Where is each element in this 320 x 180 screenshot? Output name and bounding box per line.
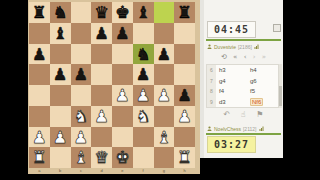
square-d5[interactable] [91, 64, 112, 85]
square-a4[interactable] [29, 85, 50, 106]
square-d6[interactable] [91, 44, 112, 65]
square-h1[interactable]: ♜ [174, 147, 195, 168]
square-c3[interactable]: ♞ [71, 106, 92, 127]
move-black[interactable]: f5 [247, 86, 278, 97]
takeback-icon[interactable]: ↶ [224, 110, 231, 119]
piece-black-knight[interactable]: ♞ [133, 44, 154, 65]
square-b6[interactable] [50, 44, 71, 65]
move-number: 7 [207, 76, 216, 87]
clock-top: 04:45 [207, 21, 256, 38]
square-b3[interactable] [50, 106, 71, 127]
piece-black-rook[interactable]: ♜ [174, 2, 195, 23]
square-d2[interactable] [91, 127, 112, 148]
piece-black-pawn[interactable]: ♟ [50, 64, 71, 85]
piece-white-rook[interactable]: ♜ [29, 147, 50, 168]
player-bottom-row[interactable]: NoelvChess [2112] [207, 125, 281, 132]
square-g1[interactable] [154, 147, 175, 168]
piece-white-bishop[interactable]: ♝ [154, 127, 175, 148]
square-e6[interactable] [112, 44, 133, 65]
game-panel: 04:45 Duvestvie [2186] ⟲ « ‹ › » 6h3h47g… [204, 0, 283, 158]
piece-white-pawn[interactable]: ♟ [112, 85, 133, 106]
move-list-scrollbar[interactable] [279, 64, 282, 108]
file-label-g: g [154, 168, 175, 174]
square-c7[interactable] [71, 23, 92, 44]
move-white[interactable]: d3 [216, 97, 247, 108]
square-f4[interactable]: ♟ [133, 85, 154, 106]
piece-black-king[interactable]: ♚ [112, 2, 133, 23]
square-h3[interactable]: ♟ [174, 106, 195, 127]
resign-icon[interactable]: ⚑ [256, 110, 263, 119]
piece-white-pawn[interactable]: ♟ [71, 127, 92, 148]
square-d3[interactable]: ♟ [91, 106, 112, 127]
square-g8[interactable] [154, 2, 175, 23]
square-e8[interactable]: ♚ [112, 2, 133, 23]
square-h6[interactable] [174, 44, 195, 65]
player-bottom-name[interactable]: NoelvChess [214, 126, 241, 132]
game-actions: ↶ ☝ ⚑ [204, 109, 283, 120]
square-f6[interactable]: ♞ [133, 44, 154, 65]
square-b1[interactable] [50, 147, 71, 168]
square-g5[interactable] [154, 64, 175, 85]
scrollbar-thumb[interactable] [279, 86, 282, 106]
piece-white-rook[interactable]: ♜ [174, 147, 195, 168]
square-d1[interactable]: ♛ [91, 147, 112, 168]
piece-black-pawn[interactable]: ♟ [91, 23, 112, 44]
file-label-e: e [112, 168, 133, 174]
draw-offer-icon[interactable]: ☝ [241, 110, 246, 119]
square-g3[interactable] [154, 106, 175, 127]
square-g7[interactable] [154, 23, 175, 44]
piece-white-pawn[interactable]: ♟ [174, 106, 195, 127]
square-f7[interactable] [133, 23, 154, 44]
square-f2[interactable] [133, 127, 154, 148]
move-row: 9d3Nf6 [207, 97, 278, 108]
piece-black-rook[interactable]: ♜ [29, 2, 50, 23]
square-a5[interactable] [29, 64, 50, 85]
move-number: 9 [207, 97, 216, 108]
piece-white-pawn[interactable]: ♟ [91, 106, 112, 127]
piece-black-pawn[interactable]: ♟ [133, 64, 154, 85]
square-f8[interactable]: ♝ [133, 2, 154, 23]
piece-black-knight[interactable]: ♞ [50, 2, 71, 23]
square-f1[interactable] [133, 147, 154, 168]
piece-black-pawn[interactable]: ♟ [29, 44, 50, 65]
move-black[interactable]: h4 [247, 65, 278, 76]
square-e3[interactable] [112, 106, 133, 127]
square-a1[interactable]: ♜ [29, 147, 50, 168]
piece-black-pawn[interactable]: ♟ [174, 85, 195, 106]
app-screen: ♜♞♛♚♝♜♝♟♟♟♞♟♟♟♟♟♟♟♟♞♟♞♟♟♟♟♝♜♝♛♚♜ abcdefg… [0, 0, 320, 180]
square-c5[interactable]: ♟ [71, 64, 92, 85]
piece-white-king[interactable]: ♚ [112, 147, 133, 168]
square-e1[interactable]: ♚ [112, 147, 133, 168]
square-g4[interactable]: ♟ [154, 85, 175, 106]
chess-board-frame: ♜♞♛♚♝♜♝♟♟♟♞♟♟♟♟♟♟♟♟♞♟♞♟♟♟♟♝♜♝♛♚♜ abcdefg… [28, 0, 200, 174]
move-black[interactable]: Nf6 [247, 97, 278, 108]
piece-white-pawn[interactable]: ♟ [50, 127, 71, 148]
person-icon [207, 44, 212, 49]
square-c1[interactable]: ♝ [71, 147, 92, 168]
next-move-icon[interactable]: › [253, 53, 256, 61]
player-top-divider [206, 39, 281, 41]
file-label-b: b [50, 168, 71, 174]
move-white[interactable]: g4 [216, 76, 247, 87]
move-number: 6 [207, 65, 216, 76]
square-g2[interactable]: ♝ [154, 127, 175, 148]
piece-white-bishop[interactable]: ♝ [71, 147, 92, 168]
square-a2[interactable]: ♟ [29, 127, 50, 148]
move-nav-toolbar: ⟲ « ‹ › » [204, 53, 283, 62]
file-label-c: c [71, 168, 92, 174]
piece-white-queen[interactable]: ♛ [91, 147, 112, 168]
square-e4[interactable]: ♟ [112, 85, 133, 106]
square-c8[interactable] [71, 2, 92, 23]
player-bottom-divider [206, 133, 281, 135]
piece-black-pawn[interactable]: ♟ [154, 44, 175, 65]
first-move-icon[interactable]: « [233, 53, 237, 61]
move-list: 6h3h47g4g68f4f59d3Nf6 [206, 64, 279, 108]
move-row: 7g4g6 [207, 76, 278, 87]
expand-icon[interactable] [273, 24, 281, 32]
square-e5[interactable] [112, 64, 133, 85]
square-h7[interactable] [174, 23, 195, 44]
move-white[interactable]: f4 [216, 86, 247, 97]
move-number: 8 [207, 86, 216, 97]
piece-black-pawn[interactable]: ♟ [71, 64, 92, 85]
square-b4[interactable] [50, 85, 71, 106]
file-label-a: a [29, 168, 50, 174]
clock-bottom-active: 03:27 [207, 136, 256, 153]
square-c6[interactable] [71, 44, 92, 65]
square-c4[interactable] [71, 85, 92, 106]
move-row: 8f4f5 [207, 86, 278, 97]
piece-black-queen[interactable]: ♛ [91, 2, 112, 23]
last-move-icon[interactable]: » [262, 53, 266, 61]
piece-white-pawn[interactable]: ♟ [29, 127, 50, 148]
square-a8[interactable]: ♜ [29, 2, 50, 23]
player-badge-icon [259, 126, 264, 131]
file-label-d: d [91, 168, 112, 174]
square-a6[interactable]: ♟ [29, 44, 50, 65]
square-b2[interactable]: ♟ [50, 127, 71, 148]
square-f5[interactable]: ♟ [133, 64, 154, 85]
person-icon [207, 126, 212, 131]
chess-board[interactable]: ♜♞♛♚♝♜♝♟♟♟♞♟♟♟♟♟♟♟♟♞♟♞♟♟♟♟♝♜♝♛♚♜ [29, 2, 195, 168]
flip-board-icon[interactable]: ⟲ [221, 53, 227, 61]
square-f3[interactable]: ♞ [133, 106, 154, 127]
square-a7[interactable] [29, 23, 50, 44]
move-white[interactable]: h3 [216, 65, 247, 76]
square-a3[interactable] [29, 106, 50, 127]
player-top-row[interactable]: Duvestvie [2186] [207, 43, 281, 50]
piece-black-pawn[interactable]: ♟ [112, 23, 133, 44]
file-label-f: f [133, 168, 154, 174]
piece-white-pawn[interactable]: ♟ [154, 85, 175, 106]
piece-black-bishop[interactable]: ♝ [50, 23, 71, 44]
file-label-h: h [174, 168, 195, 174]
square-e7[interactable]: ♟ [112, 23, 133, 44]
square-d7[interactable]: ♟ [91, 23, 112, 44]
square-h5[interactable] [174, 64, 195, 85]
square-h4[interactable]: ♟ [174, 85, 195, 106]
piece-white-knight[interactable]: ♞ [71, 106, 92, 127]
square-d4[interactable] [91, 85, 112, 106]
prev-move-icon[interactable]: ‹ [244, 53, 247, 61]
square-g6[interactable]: ♟ [154, 44, 175, 65]
square-h8[interactable]: ♜ [174, 2, 195, 23]
piece-black-bishop[interactable]: ♝ [133, 2, 154, 23]
piece-white-pawn[interactable]: ♟ [133, 85, 154, 106]
square-c2[interactable]: ♟ [71, 127, 92, 148]
square-b8[interactable]: ♞ [50, 2, 71, 23]
square-h2[interactable] [174, 127, 195, 148]
square-e2[interactable] [112, 127, 133, 148]
player-badge-icon [254, 44, 259, 49]
move-black[interactable]: g6 [247, 76, 278, 87]
piece-white-knight[interactable]: ♞ [133, 106, 154, 127]
square-b5[interactable]: ♟ [50, 64, 71, 85]
player-bottom-rating: [2112] [243, 126, 257, 132]
square-d8[interactable]: ♛ [91, 2, 112, 23]
move-row: 6h3h4 [207, 65, 278, 76]
player-top-name[interactable]: Duvestvie [214, 44, 236, 50]
square-b7[interactable]: ♝ [50, 23, 71, 44]
player-top-rating: [2186] [238, 44, 252, 50]
